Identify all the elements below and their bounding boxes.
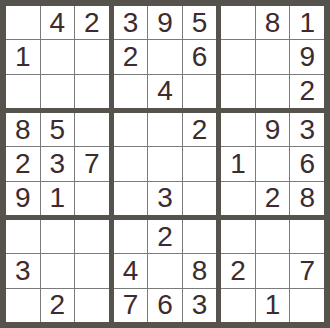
cell-r9c5[interactable]: 6	[148, 289, 182, 322]
cell-r5c8[interactable]	[256, 147, 290, 180]
cell-r3c6[interactable]	[183, 75, 217, 108]
cell-r4c4[interactable]	[114, 113, 148, 146]
cell-r5c5[interactable]	[148, 147, 182, 180]
cell-r6c7[interactable]	[221, 182, 255, 215]
cell-r6c5[interactable]: 3	[148, 182, 182, 215]
cell-r8c9[interactable]: 7	[290, 254, 324, 287]
block-3-1: 32	[6, 220, 109, 322]
cell-r7c7[interactable]	[221, 220, 255, 253]
cell-r6c4[interactable]	[114, 182, 148, 215]
cell-r1c9[interactable]: 1	[290, 6, 324, 39]
cell-r3c7[interactable]	[221, 75, 255, 108]
cell-r5c6[interactable]	[183, 147, 217, 180]
cell-r4c3[interactable]	[75, 113, 109, 146]
cell-r8c3[interactable]	[75, 254, 109, 287]
cell-r2c4[interactable]: 2	[114, 40, 148, 73]
cell-r4c6[interactable]: 2	[183, 113, 217, 146]
cell-r5c1[interactable]: 2	[6, 147, 40, 180]
cell-r4c5[interactable]	[148, 113, 182, 146]
block-2-3: 931628	[221, 113, 324, 215]
cell-r2c1[interactable]: 1	[6, 40, 40, 73]
block-3-2: 248763	[114, 220, 217, 322]
cell-r3c4[interactable]	[114, 75, 148, 108]
cell-r7c3[interactable]	[75, 220, 109, 253]
cell-r2c6[interactable]: 6	[183, 40, 217, 73]
cell-r7c5[interactable]: 2	[148, 220, 182, 253]
block-1-2: 395264	[114, 6, 217, 108]
cell-r1c5[interactable]: 9	[148, 6, 182, 39]
sudoku-frame: 421395264819285237912393162832248763271	[0, 0, 330, 328]
cell-r3c8[interactable]	[256, 75, 290, 108]
cell-r2c8[interactable]	[256, 40, 290, 73]
cell-r2c7[interactable]	[221, 40, 255, 73]
cell-r9c9[interactable]	[290, 289, 324, 322]
cell-r1c4[interactable]: 3	[114, 6, 148, 39]
cell-r1c6[interactable]: 5	[183, 6, 217, 39]
cell-r6c1[interactable]: 9	[6, 182, 40, 215]
cell-r5c4[interactable]	[114, 147, 148, 180]
cell-r9c8[interactable]: 1	[256, 289, 290, 322]
cell-r9c3[interactable]	[75, 289, 109, 322]
cell-r3c3[interactable]	[75, 75, 109, 108]
cell-r1c2[interactable]: 4	[41, 6, 75, 39]
cell-r8c4[interactable]: 4	[114, 254, 148, 287]
cell-r8c7[interactable]: 2	[221, 254, 255, 287]
cell-r7c9[interactable]	[290, 220, 324, 253]
cell-r7c4[interactable]	[114, 220, 148, 253]
cell-r9c7[interactable]	[221, 289, 255, 322]
cell-r4c2[interactable]: 5	[41, 113, 75, 146]
cell-r8c2[interactable]	[41, 254, 75, 287]
block-2-1: 8523791	[6, 113, 109, 215]
cell-r3c2[interactable]	[41, 75, 75, 108]
cell-r1c7[interactable]	[221, 6, 255, 39]
cell-r3c5[interactable]: 4	[148, 75, 182, 108]
cell-r3c1[interactable]	[6, 75, 40, 108]
cell-r4c7[interactable]	[221, 113, 255, 146]
cell-r1c1[interactable]	[6, 6, 40, 39]
cell-r8c8[interactable]	[256, 254, 290, 287]
cell-r6c9[interactable]: 8	[290, 182, 324, 215]
cell-r2c9[interactable]: 9	[290, 40, 324, 73]
cell-r2c2[interactable]	[41, 40, 75, 73]
block-1-1: 421	[6, 6, 109, 108]
block-2-2: 23	[114, 113, 217, 215]
cell-r5c3[interactable]: 7	[75, 147, 109, 180]
cell-r6c3[interactable]	[75, 182, 109, 215]
block-3-3: 271	[221, 220, 324, 322]
cell-r5c2[interactable]: 3	[41, 147, 75, 180]
cell-r8c6[interactable]: 8	[183, 254, 217, 287]
cell-r6c6[interactable]	[183, 182, 217, 215]
cell-r9c6[interactable]: 3	[183, 289, 217, 322]
cell-r7c8[interactable]	[256, 220, 290, 253]
cell-r7c1[interactable]	[6, 220, 40, 253]
cell-r7c2[interactable]	[41, 220, 75, 253]
block-1-3: 8192	[221, 6, 324, 108]
cell-r8c1[interactable]: 3	[6, 254, 40, 287]
cell-r2c3[interactable]	[75, 40, 109, 73]
cell-r8c5[interactable]	[148, 254, 182, 287]
cell-r6c2[interactable]: 1	[41, 182, 75, 215]
cell-r9c2[interactable]: 2	[41, 289, 75, 322]
cell-r2c5[interactable]	[148, 40, 182, 73]
cell-r6c8[interactable]: 2	[256, 182, 290, 215]
cell-r9c1[interactable]	[6, 289, 40, 322]
cell-r4c9[interactable]: 3	[290, 113, 324, 146]
cell-r4c8[interactable]: 9	[256, 113, 290, 146]
cell-r4c1[interactable]: 8	[6, 113, 40, 146]
cell-r9c4[interactable]: 7	[114, 289, 148, 322]
cell-r7c6[interactable]	[183, 220, 217, 253]
cell-r1c8[interactable]: 8	[256, 6, 290, 39]
cell-r1c3[interactable]: 2	[75, 6, 109, 39]
cell-r5c7[interactable]: 1	[221, 147, 255, 180]
cell-r3c9[interactable]: 2	[290, 75, 324, 108]
sudoku-board: 421395264819285237912393162832248763271	[6, 6, 324, 322]
cell-r5c9[interactable]: 6	[290, 147, 324, 180]
